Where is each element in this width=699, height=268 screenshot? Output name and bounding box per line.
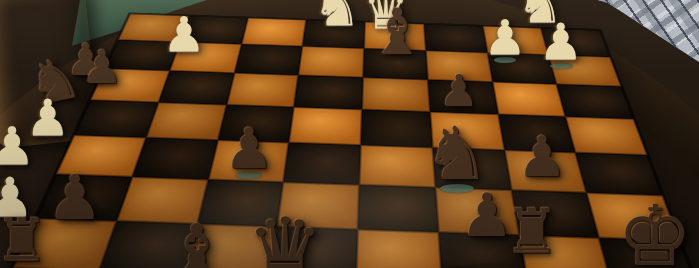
black-pawn-c4: ♟ bbox=[439, 69, 478, 113]
black-rook-b8: ♜ bbox=[504, 201, 560, 263]
black-king-a8: ♚ bbox=[617, 194, 692, 268]
black-pawn-captured: ♟ bbox=[81, 44, 122, 90]
white-knight-e1: ♞ bbox=[313, 0, 361, 34]
black-pawn-f6: ♟ bbox=[224, 121, 274, 177]
black-pawn-b6: ♟ bbox=[517, 129, 567, 185]
white-pawn-c2: ♟ bbox=[483, 13, 526, 61]
black-pawn-h7: ♟ bbox=[47, 167, 103, 229]
white-pawn-h2: ♟ bbox=[162, 10, 205, 58]
black-knight-c6: ♞ bbox=[424, 116, 490, 190]
black-rook-captured: ♜ bbox=[0, 210, 49, 268]
black-bishop-f8: ♝ bbox=[164, 214, 230, 268]
black-queen-e8: ♛ bbox=[246, 206, 323, 268]
pieces-layer: ♞♞♛♟♟♝♟♟♟♞♟♟♟♟♟♞♟♟♟♜♜♚♝♛ bbox=[0, 0, 699, 268]
white-pawn-captured: ♟ bbox=[0, 120, 35, 172]
white-pawn-b2: ♟ bbox=[539, 17, 584, 67]
black-bishop-d2: ♝ bbox=[368, 0, 425, 64]
photo-scene: ♞♞♛♟♟♝♟♟♟♞♟♟♟♟♟♞♟♟♟♜♜♚♝♛ bbox=[0, 0, 699, 268]
